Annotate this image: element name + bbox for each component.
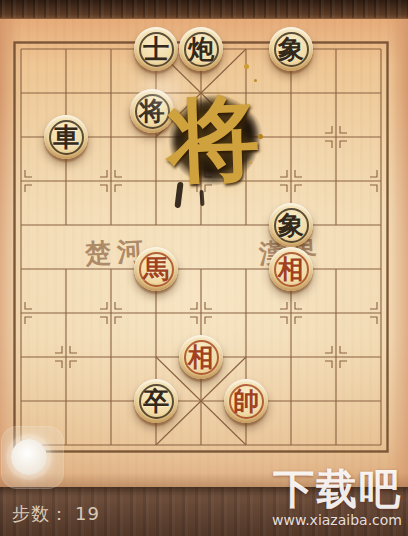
step-counter-label: 步数： — [12, 503, 69, 524]
game-screen: 楚河 漢界 士炮象将車象馬相相卒帥 将 步数：19 下载吧 www.xiazai… — [0, 0, 408, 536]
check-smoke-ghost — [129, 60, 195, 126]
piece-glyph: 帥 — [224, 379, 268, 423]
piece-glyph: 象 — [269, 203, 313, 247]
piece-glyph: 馬 — [134, 247, 178, 291]
piece-black-elephant[interactable]: 象 — [269, 203, 313, 247]
piece-glyph: 象 — [269, 27, 313, 71]
watermark-title: 下载吧 — [272, 469, 402, 510]
piece-glyph: 相 — [179, 335, 223, 379]
piece-black-chariot[interactable]: 車 — [44, 115, 88, 159]
piece-glyph: 車 — [44, 115, 88, 159]
piece-red-elephant[interactable]: 相 — [269, 247, 313, 291]
watermark-url: www.xiazaiba.com — [272, 513, 402, 527]
piece-red-horse[interactable]: 馬 — [134, 247, 178, 291]
piece-red-elephant[interactable]: 相 — [179, 335, 223, 379]
piece-glyph: 相 — [269, 247, 313, 291]
step-counter-value: 19 — [75, 503, 100, 524]
top-wood-bar — [0, 0, 408, 19]
piece-black-cannon[interactable]: 炮 — [179, 27, 223, 71]
floating-assist-button[interactable] — [1, 426, 64, 489]
piece-red-general[interactable]: 帥 — [224, 379, 268, 423]
step-counter: 步数：19 — [12, 502, 100, 526]
assist-button-dot — [11, 439, 47, 475]
watermark: 下载吧 www.xiazaiba.com — [272, 469, 402, 527]
piece-black-elephant[interactable]: 象 — [269, 27, 313, 71]
piece-glyph: 炮 — [179, 27, 223, 71]
piece-glyph: 卒 — [134, 379, 178, 423]
piece-black-soldier[interactable]: 卒 — [134, 379, 178, 423]
